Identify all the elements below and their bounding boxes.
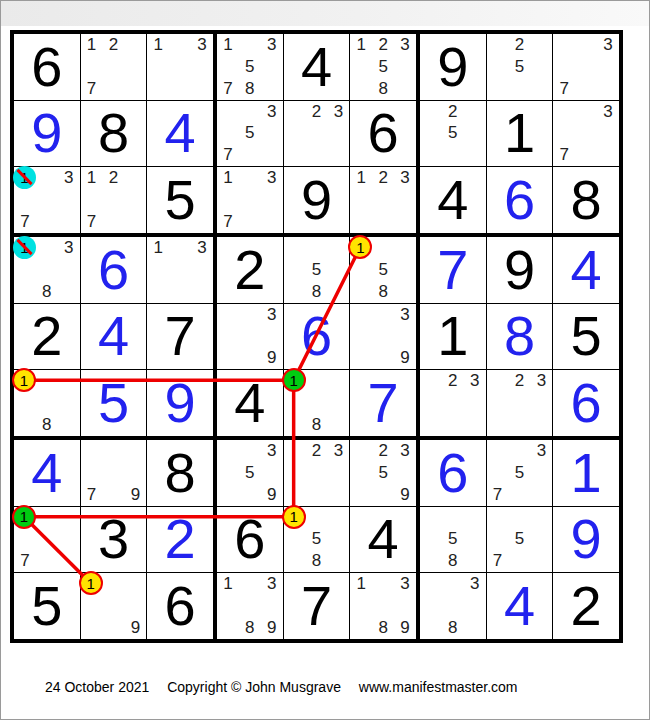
pencil-marks: 23 bbox=[420, 370, 486, 436]
given-digit: 1 bbox=[420, 304, 486, 370]
pencil-1: 1 bbox=[217, 573, 239, 595]
solved-digit: 7 bbox=[420, 237, 486, 303]
given-digit: 6 bbox=[350, 101, 416, 167]
cell-r2c3[interactable]: 4 bbox=[147, 101, 213, 167]
cell-r1c3[interactable]: 13 bbox=[147, 34, 213, 100]
pencil-5: 5 bbox=[239, 123, 261, 145]
cell-r6c7[interactable]: 23 bbox=[420, 370, 486, 436]
pencil-marks: 1389 bbox=[217, 573, 283, 639]
pencil-5: 5 bbox=[239, 56, 261, 78]
cell-r8c5[interactable]: 581 bbox=[284, 507, 350, 573]
cell-r5c7[interactable]: 1 bbox=[420, 304, 486, 370]
pencil-3: 3 bbox=[530, 370, 552, 392]
pencil-1: 1 bbox=[217, 167, 239, 189]
cell-r3c1[interactable]: 371 bbox=[14, 167, 80, 233]
pencil-1: 1 bbox=[350, 34, 372, 56]
pencil-marks: 13 bbox=[147, 34, 213, 100]
pencil-5: 5 bbox=[509, 529, 531, 551]
pencil-7: 7 bbox=[14, 550, 36, 572]
solved-digit: 5 bbox=[81, 370, 147, 436]
pencil-1: 1 bbox=[81, 34, 103, 56]
pencil-marks: 1389 bbox=[350, 573, 416, 639]
cell-r2c2[interactable]: 8 bbox=[81, 101, 147, 167]
cell-r1c1[interactable]: 6 bbox=[14, 34, 80, 100]
pencil-2: 2 bbox=[372, 440, 394, 462]
pencil-9: 9 bbox=[394, 347, 416, 369]
pencil-marks: 357 bbox=[487, 440, 553, 506]
pencil-1: 1 bbox=[147, 34, 169, 56]
cell-r6c5[interactable]: 81 bbox=[284, 370, 350, 436]
footer-date: 24 October 2021 bbox=[45, 679, 149, 695]
chain-node-circle: 1 bbox=[282, 505, 306, 529]
pencil-marks: 58 bbox=[420, 507, 486, 573]
pencil-1: 1 bbox=[81, 167, 103, 189]
solved-digit: 6 bbox=[81, 237, 147, 303]
pencil-2: 2 bbox=[509, 370, 531, 392]
solved-digit: 4 bbox=[147, 101, 213, 167]
pencil-marks: 137 bbox=[217, 167, 283, 233]
cell-r5c5[interactable]: 6 bbox=[284, 304, 350, 370]
pencil-1: 1 bbox=[350, 573, 372, 595]
pencil-2: 2 bbox=[442, 101, 464, 123]
given-digit: 6 bbox=[147, 573, 213, 639]
pencil-marks: 357 bbox=[217, 101, 283, 167]
cell-r7c3[interactable]: 8 bbox=[147, 440, 213, 506]
pencil-2: 2 bbox=[372, 167, 394, 189]
pencil-2: 2 bbox=[442, 370, 464, 392]
pencil-marks: 123 bbox=[350, 167, 416, 233]
cell-r7c6[interactable]: 2359 bbox=[350, 440, 416, 506]
cell-r7c1[interactable]: 4 bbox=[14, 440, 80, 506]
pencil-3: 3 bbox=[191, 34, 213, 56]
pencil-3: 3 bbox=[464, 573, 486, 595]
cell-r7c8[interactable]: 357 bbox=[487, 440, 553, 506]
pencil-7: 7 bbox=[81, 211, 103, 233]
solved-digit: 6 bbox=[284, 304, 350, 370]
cell-r9c3[interactable]: 6 bbox=[147, 573, 213, 639]
given-digit: 4 bbox=[350, 507, 416, 573]
box-2: 135784123583572361379123 bbox=[215, 32, 418, 235]
given-digit: 9 bbox=[420, 34, 486, 100]
pencil-2: 2 bbox=[306, 440, 328, 462]
cell-r8c2[interactable]: 3 bbox=[81, 507, 147, 573]
chain-candidate-digit: 1 bbox=[20, 508, 28, 525]
chain-candidate-digit: 1 bbox=[86, 575, 94, 592]
pencil-7: 7 bbox=[553, 78, 575, 100]
cell-r9c4[interactable]: 1389 bbox=[217, 573, 283, 639]
chain-candidate-digit: 1 bbox=[20, 372, 28, 389]
box-5: 258581396394817 bbox=[215, 235, 418, 438]
pencil-5: 5 bbox=[372, 56, 394, 78]
pencil-8: 8 bbox=[442, 550, 464, 572]
pencil-3: 3 bbox=[597, 34, 619, 56]
cell-r7c4[interactable]: 359 bbox=[217, 440, 283, 506]
pencil-3: 3 bbox=[261, 34, 283, 56]
cell-r1c4[interactable]: 13578 bbox=[217, 34, 283, 100]
given-digit: 7 bbox=[284, 573, 350, 639]
cell-r6c3[interactable]: 9 bbox=[147, 370, 213, 436]
given-digit: 5 bbox=[14, 573, 80, 639]
cell-r1c6[interactable]: 12358 bbox=[350, 34, 416, 100]
cell-r2c7[interactable]: 25 bbox=[420, 101, 486, 167]
given-digit: 7 bbox=[147, 304, 213, 370]
cell-r5c2[interactable]: 4 bbox=[81, 304, 147, 370]
title-band bbox=[1, 1, 649, 26]
solved-digit: 9 bbox=[14, 101, 80, 167]
cell-r4c2[interactable]: 6 bbox=[81, 237, 147, 303]
given-digit: 3 bbox=[81, 507, 147, 573]
cell-r4c4[interactable]: 2 bbox=[217, 237, 283, 303]
pencil-3: 3 bbox=[394, 304, 416, 326]
pencil-3: 3 bbox=[261, 304, 283, 326]
pencil-8: 8 bbox=[306, 281, 328, 303]
cell-r6c6[interactable]: 7 bbox=[350, 370, 416, 436]
pencil-3: 3 bbox=[261, 167, 283, 189]
pencil-2: 2 bbox=[509, 34, 531, 56]
given-digit: 5 bbox=[147, 167, 213, 233]
pencil-5: 5 bbox=[306, 529, 328, 551]
pencil-marks: 13 bbox=[147, 237, 213, 303]
pencil-9: 9 bbox=[124, 484, 146, 506]
solved-digit: 6 bbox=[553, 370, 619, 436]
pencil-3: 3 bbox=[327, 440, 349, 462]
pencil-3: 3 bbox=[261, 573, 283, 595]
pencil-5: 5 bbox=[442, 123, 464, 145]
given-digit: 4 bbox=[420, 167, 486, 233]
cell-r7c7[interactable]: 6 bbox=[420, 440, 486, 506]
cell-r7c9[interactable]: 1 bbox=[553, 440, 619, 506]
pencil-marks: 359 bbox=[217, 440, 283, 506]
pencil-marks: 25 bbox=[487, 34, 553, 100]
cell-r2c1[interactable]: 9 bbox=[14, 101, 80, 167]
pencil-1: 1 bbox=[350, 167, 372, 189]
solved-digit: 4 bbox=[14, 440, 80, 506]
cell-r5c6[interactable]: 39 bbox=[350, 304, 416, 370]
pencil-8: 8 bbox=[372, 281, 394, 303]
pencil-3: 3 bbox=[327, 101, 349, 123]
box-4: 3816132478159 bbox=[12, 235, 215, 438]
sudoku-board: 6127139843711275135784123583572361379123… bbox=[10, 30, 623, 643]
given-digit: 9 bbox=[487, 237, 553, 303]
pencil-1: 1 bbox=[147, 237, 169, 259]
pencil-8: 8 bbox=[239, 78, 261, 100]
pencil-5: 5 bbox=[442, 529, 464, 551]
pencil-5: 5 bbox=[372, 259, 394, 281]
pencil-8: 8 bbox=[372, 617, 394, 639]
pencil-8: 8 bbox=[306, 414, 328, 436]
cell-r7c2[interactable]: 79 bbox=[81, 440, 147, 506]
pencil-8: 8 bbox=[239, 617, 261, 639]
given-digit: 1 bbox=[487, 101, 553, 167]
footer: 24 October 2021 Copyright © John Musgrav… bbox=[45, 679, 532, 695]
pencil-9: 9 bbox=[261, 484, 283, 506]
cell-r6c2[interactable]: 5 bbox=[81, 370, 147, 436]
cell-r3c6[interactable]: 123 bbox=[350, 167, 416, 233]
pencil-marks: 58 bbox=[284, 237, 350, 303]
chain-candidate-digit: 1 bbox=[289, 372, 297, 389]
pencil-3: 3 bbox=[530, 440, 552, 462]
pencil-8: 8 bbox=[442, 617, 464, 639]
pencil-marks: 79 bbox=[81, 440, 147, 506]
cell-r3c8[interactable]: 6 bbox=[487, 167, 553, 233]
solved-digit: 4 bbox=[81, 304, 147, 370]
pencil-7: 7 bbox=[14, 211, 36, 233]
solved-digit: 9 bbox=[553, 507, 619, 573]
cell-r5c8[interactable]: 8 bbox=[487, 304, 553, 370]
pencil-3: 3 bbox=[394, 573, 416, 595]
pencil-marks: 23 bbox=[284, 101, 350, 167]
pencil-8: 8 bbox=[36, 414, 58, 436]
cell-r2c9[interactable]: 37 bbox=[553, 101, 619, 167]
box-3: 9253725137468 bbox=[418, 32, 621, 235]
pencil-7: 7 bbox=[217, 211, 239, 233]
cell-r6c9[interactable]: 6 bbox=[553, 370, 619, 436]
pencil-5: 5 bbox=[509, 56, 531, 78]
cell-r1c5[interactable]: 4 bbox=[284, 34, 350, 100]
given-digit: 2 bbox=[14, 304, 80, 370]
chain-node-circle: 1 bbox=[12, 505, 36, 529]
pencil-7: 7 bbox=[553, 144, 575, 166]
pencil-marks: 39 bbox=[217, 304, 283, 370]
pencil-8: 8 bbox=[372, 78, 394, 100]
pencil-5: 5 bbox=[372, 462, 394, 484]
pencil-marks: 37 bbox=[553, 101, 619, 167]
pencil-7: 7 bbox=[487, 484, 509, 506]
pencil-3: 3 bbox=[464, 370, 486, 392]
pencil-7: 7 bbox=[217, 78, 239, 100]
pencil-7: 7 bbox=[487, 550, 509, 572]
cell-r3c5[interactable]: 9 bbox=[284, 167, 350, 233]
pencil-3: 3 bbox=[58, 167, 80, 189]
cell-r2c5[interactable]: 23 bbox=[284, 101, 350, 167]
cell-r8c9[interactable]: 9 bbox=[553, 507, 619, 573]
pencil-2: 2 bbox=[103, 34, 125, 56]
cell-r5c9[interactable]: 5 bbox=[553, 304, 619, 370]
cell-r1c2[interactable]: 127 bbox=[81, 34, 147, 100]
pencil-marks: 39 bbox=[350, 304, 416, 370]
pencil-9: 9 bbox=[394, 484, 416, 506]
cell-r5c3[interactable]: 7 bbox=[147, 304, 213, 370]
cell-r3c7[interactable]: 4 bbox=[420, 167, 486, 233]
pencil-3: 3 bbox=[394, 167, 416, 189]
pencil-2: 2 bbox=[306, 101, 328, 123]
cell-r6c1[interactable]: 81 bbox=[14, 370, 80, 436]
pencil-5: 5 bbox=[509, 462, 531, 484]
cell-r3c9[interactable]: 8 bbox=[553, 167, 619, 233]
cell-r8c7[interactable]: 58 bbox=[420, 507, 486, 573]
cell-r9c9[interactable]: 2 bbox=[553, 573, 619, 639]
given-digit: 8 bbox=[81, 101, 147, 167]
cell-r4c7[interactable]: 7 bbox=[420, 237, 486, 303]
pencil-8: 8 bbox=[306, 550, 328, 572]
given-digit: 4 bbox=[217, 370, 283, 436]
chain-node-circle: 1 bbox=[79, 571, 103, 595]
solved-digit: 2 bbox=[147, 507, 213, 573]
cell-r2c4[interactable]: 357 bbox=[217, 101, 283, 167]
cell-r9c5[interactable]: 7 bbox=[284, 573, 350, 639]
footer-website[interactable]: www.manifestmaster.com bbox=[359, 679, 518, 695]
pencil-2: 2 bbox=[372, 34, 394, 56]
pencil-7: 7 bbox=[81, 78, 103, 100]
given-digit: 4 bbox=[284, 34, 350, 100]
pencil-marks: 127 bbox=[81, 34, 147, 100]
solved-digit: 9 bbox=[147, 370, 213, 436]
given-digit: 2 bbox=[553, 573, 619, 639]
cell-r6c8[interactable]: 23 bbox=[487, 370, 553, 436]
chain-candidate-digit: 1 bbox=[289, 508, 297, 525]
pencil-marks: 23 bbox=[487, 370, 553, 436]
cell-r4c5[interactable]: 58 bbox=[284, 237, 350, 303]
given-digit: 8 bbox=[553, 167, 619, 233]
pencil-marks: 12358 bbox=[350, 34, 416, 100]
pencil-3: 3 bbox=[394, 34, 416, 56]
cell-r4c9[interactable]: 4 bbox=[553, 237, 619, 303]
pencil-9: 9 bbox=[261, 347, 283, 369]
pencil-marks: 25 bbox=[420, 101, 486, 167]
pencil-marks: 38 bbox=[420, 573, 486, 639]
cell-r9c7[interactable]: 38 bbox=[420, 573, 486, 639]
cell-r9c6[interactable]: 1389 bbox=[350, 573, 416, 639]
cell-r5c1[interactable]: 2 bbox=[14, 304, 80, 370]
page: 6127139843711275135784123583572361379123… bbox=[0, 0, 650, 720]
solved-digit: 4 bbox=[487, 573, 553, 639]
given-digit: 6 bbox=[217, 507, 283, 573]
cell-r5c4[interactable]: 39 bbox=[217, 304, 283, 370]
pencil-7: 7 bbox=[81, 484, 103, 506]
solved-digit: 6 bbox=[487, 167, 553, 233]
cell-r1c8[interactable]: 25 bbox=[487, 34, 553, 100]
pencil-5: 5 bbox=[239, 462, 261, 484]
solved-digit: 6 bbox=[420, 440, 486, 506]
cell-r4c6[interactable]: 581 bbox=[350, 237, 416, 303]
pencil-1: 1 bbox=[217, 34, 239, 56]
pencil-3: 3 bbox=[261, 101, 283, 123]
pencil-marks: 23 bbox=[284, 440, 350, 506]
cell-r8c1[interactable]: 71 bbox=[14, 507, 80, 573]
pencil-2: 2 bbox=[103, 167, 125, 189]
pencil-3: 3 bbox=[191, 237, 213, 259]
cell-r9c1[interactable]: 5 bbox=[14, 573, 80, 639]
pencil-marks: 2359 bbox=[350, 440, 416, 506]
box-8: 35923235965814138971389 bbox=[215, 438, 418, 641]
pencil-8: 8 bbox=[36, 281, 58, 303]
chain-node-circle: 1 bbox=[282, 368, 306, 392]
footer-copyright: Copyright © John Musgrave bbox=[167, 679, 341, 695]
chain-candidate-digit: 1 bbox=[356, 239, 364, 256]
pencil-3: 3 bbox=[394, 440, 416, 462]
box-1: 6127139843711275 bbox=[12, 32, 215, 235]
solved-digit: 7 bbox=[350, 370, 416, 436]
pencil-marks: 37 bbox=[553, 34, 619, 100]
cell-r3c2[interactable]: 127 bbox=[81, 167, 147, 233]
given-digit: 9 bbox=[284, 167, 350, 233]
solved-digit: 4 bbox=[553, 237, 619, 303]
cell-r7c5[interactable]: 23 bbox=[284, 440, 350, 506]
given-digit: 5 bbox=[553, 304, 619, 370]
solved-digit: 8 bbox=[487, 304, 553, 370]
box-9: 63571585793842 bbox=[418, 438, 621, 641]
cell-r8c4[interactable]: 6 bbox=[217, 507, 283, 573]
cell-r1c9[interactable]: 37 bbox=[553, 34, 619, 100]
given-digit: 8 bbox=[147, 440, 213, 506]
pencil-marks: 13578 bbox=[217, 34, 283, 100]
given-digit: 6 bbox=[14, 34, 80, 100]
pencil-marks: 57 bbox=[487, 507, 553, 573]
cell-r4c1[interactable]: 381 bbox=[14, 237, 80, 303]
cell-r8c3[interactable]: 2 bbox=[147, 507, 213, 573]
pencil-9: 9 bbox=[124, 617, 146, 639]
cell-r3c4[interactable]: 137 bbox=[217, 167, 283, 233]
cell-r3c3[interactable]: 5 bbox=[147, 167, 213, 233]
cell-r2c6[interactable]: 6 bbox=[350, 101, 416, 167]
eliminated-candidate-circle: 1 bbox=[13, 236, 36, 259]
pencil-5: 5 bbox=[306, 259, 328, 281]
cell-r8c6[interactable]: 4 bbox=[350, 507, 416, 573]
pencil-7: 7 bbox=[217, 144, 239, 166]
cell-r8c8[interactable]: 57 bbox=[487, 507, 553, 573]
cell-r9c2[interactable]: 91 bbox=[81, 573, 147, 639]
pencil-9: 9 bbox=[261, 617, 283, 639]
cell-r1c7[interactable]: 9 bbox=[420, 34, 486, 100]
pencil-marks: 127 bbox=[81, 167, 147, 233]
box-7: 479871325916 bbox=[12, 438, 215, 641]
pencil-3: 3 bbox=[261, 440, 283, 462]
cell-r9c8[interactable]: 4 bbox=[487, 573, 553, 639]
cell-r4c3[interactable]: 13 bbox=[147, 237, 213, 303]
box-6: 79418523236 bbox=[418, 235, 621, 438]
pencil-3: 3 bbox=[597, 101, 619, 123]
cell-r2c8[interactable]: 1 bbox=[487, 101, 553, 167]
solved-digit: 1 bbox=[553, 440, 619, 506]
given-digit: 2 bbox=[217, 237, 283, 303]
cell-r6c4[interactable]: 4 bbox=[217, 370, 283, 436]
pencil-9: 9 bbox=[394, 617, 416, 639]
pencil-3: 3 bbox=[58, 237, 80, 259]
cell-r4c8[interactable]: 9 bbox=[487, 237, 553, 303]
